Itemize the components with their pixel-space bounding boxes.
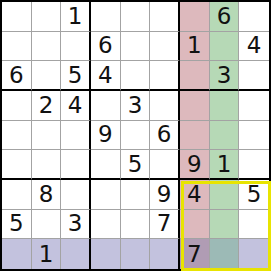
cell-r5c5[interactable] bbox=[121, 121, 151, 151]
cell-r3c7[interactable] bbox=[180, 61, 210, 91]
cell-r1c1[interactable] bbox=[2, 2, 32, 32]
cell-r9c2[interactable]: 1 bbox=[32, 239, 62, 269]
cell-r4c7[interactable] bbox=[180, 91, 210, 121]
cell-r6c2[interactable] bbox=[32, 150, 62, 180]
cell-r8c5[interactable] bbox=[121, 210, 151, 240]
sudoku-board: 16614654324396591894553717 bbox=[0, 0, 271, 271]
cell-r8c4[interactable] bbox=[91, 210, 121, 240]
cell-r9c9[interactable] bbox=[239, 239, 269, 269]
digit: 4 bbox=[68, 94, 83, 117]
cell-r8c8[interactable] bbox=[210, 210, 240, 240]
cell-r9c1[interactable] bbox=[2, 239, 32, 269]
cell-r7c3[interactable] bbox=[61, 180, 91, 210]
cell-r2c3[interactable] bbox=[61, 32, 91, 62]
cell-r7c7[interactable]: 4 bbox=[180, 180, 210, 210]
cell-r7c8[interactable] bbox=[210, 180, 240, 210]
digit: 4 bbox=[247, 34, 262, 57]
cell-r4c9[interactable] bbox=[239, 91, 269, 121]
cell-r1c6[interactable] bbox=[150, 2, 180, 32]
digit: 9 bbox=[98, 123, 113, 146]
cell-r9c8[interactable] bbox=[210, 239, 240, 269]
cell-r1c3[interactable]: 1 bbox=[61, 2, 91, 32]
digit: 1 bbox=[187, 34, 202, 57]
cell-r2c8[interactable] bbox=[210, 32, 240, 62]
cell-r5c2[interactable] bbox=[32, 121, 62, 151]
cell-r3c1[interactable]: 6 bbox=[2, 61, 32, 91]
digit: 5 bbox=[9, 212, 24, 235]
cell-r5c1[interactable] bbox=[2, 121, 32, 151]
digit: 2 bbox=[39, 94, 54, 117]
cell-r3c3[interactable]: 5 bbox=[61, 61, 91, 91]
cell-r6c7[interactable]: 9 bbox=[180, 150, 210, 180]
cell-r5c6[interactable]: 6 bbox=[150, 121, 180, 151]
cell-r3c8[interactable]: 3 bbox=[210, 61, 240, 91]
cell-r8c7[interactable] bbox=[180, 210, 210, 240]
cell-r6c1[interactable] bbox=[2, 150, 32, 180]
cell-r2c7[interactable]: 1 bbox=[180, 32, 210, 62]
digit: 7 bbox=[157, 212, 172, 235]
cell-r9c4[interactable] bbox=[91, 239, 121, 269]
cell-r3c5[interactable] bbox=[121, 61, 151, 91]
digit: 8 bbox=[39, 183, 54, 206]
cell-r1c8[interactable]: 6 bbox=[210, 2, 240, 32]
cell-r7c6[interactable]: 9 bbox=[150, 180, 180, 210]
cell-r7c4[interactable] bbox=[91, 180, 121, 210]
sudoku-board-wrap: 16614654324396591894553717 bbox=[0, 0, 271, 271]
digit: 6 bbox=[98, 34, 113, 57]
cell-r2c6[interactable] bbox=[150, 32, 180, 62]
cell-r7c9[interactable]: 5 bbox=[239, 180, 269, 210]
cell-r2c9[interactable]: 4 bbox=[239, 32, 269, 62]
cell-r5c8[interactable] bbox=[210, 121, 240, 151]
cell-r4c5[interactable]: 3 bbox=[121, 91, 151, 121]
cell-r4c8[interactable] bbox=[210, 91, 240, 121]
digit: 5 bbox=[128, 153, 143, 176]
cell-r8c9[interactable] bbox=[239, 210, 269, 240]
cell-r5c7[interactable] bbox=[180, 121, 210, 151]
cell-r5c4[interactable]: 9 bbox=[91, 121, 121, 151]
cell-r8c2[interactable] bbox=[32, 210, 62, 240]
cell-r6c3[interactable] bbox=[61, 150, 91, 180]
cell-r6c9[interactable] bbox=[239, 150, 269, 180]
cell-r2c2[interactable] bbox=[32, 32, 62, 62]
cell-r1c4[interactable] bbox=[91, 2, 121, 32]
digit: 5 bbox=[68, 64, 83, 87]
cell-r9c3[interactable] bbox=[61, 239, 91, 269]
cell-r3c6[interactable] bbox=[150, 61, 180, 91]
cell-r7c1[interactable] bbox=[2, 180, 32, 210]
cell-r1c2[interactable] bbox=[32, 2, 62, 32]
cell-r2c1[interactable] bbox=[2, 32, 32, 62]
cell-r6c8[interactable]: 1 bbox=[210, 150, 240, 180]
cell-r3c2[interactable] bbox=[32, 61, 62, 91]
digit: 6 bbox=[157, 123, 172, 146]
cell-r8c1[interactable]: 5 bbox=[2, 210, 32, 240]
cell-r7c2[interactable]: 8 bbox=[32, 180, 62, 210]
digit: 3 bbox=[68, 212, 83, 235]
cell-r4c3[interactable]: 4 bbox=[61, 91, 91, 121]
cell-r5c9[interactable] bbox=[239, 121, 269, 151]
cell-r1c5[interactable] bbox=[121, 2, 151, 32]
cell-r8c6[interactable]: 7 bbox=[150, 210, 180, 240]
cell-r3c4[interactable]: 4 bbox=[91, 61, 121, 91]
digit: 1 bbox=[39, 243, 54, 266]
cell-r1c7[interactable] bbox=[180, 2, 210, 32]
cell-r9c7[interactable]: 7 bbox=[180, 239, 210, 269]
cell-r6c6[interactable] bbox=[150, 150, 180, 180]
digit: 9 bbox=[187, 153, 202, 176]
cell-r4c6[interactable] bbox=[150, 91, 180, 121]
digit: 4 bbox=[187, 183, 202, 206]
cell-r1c9[interactable] bbox=[239, 2, 269, 32]
cell-r9c5[interactable] bbox=[121, 239, 151, 269]
cell-r4c2[interactable]: 2 bbox=[32, 91, 62, 121]
digit: 6 bbox=[217, 5, 232, 28]
digit: 9 bbox=[157, 183, 172, 206]
digit: 4 bbox=[98, 64, 113, 87]
cell-r6c4[interactable] bbox=[91, 150, 121, 180]
cell-r4c4[interactable] bbox=[91, 91, 121, 121]
digit: 3 bbox=[217, 64, 232, 87]
cell-r9c6[interactable] bbox=[150, 239, 180, 269]
digit: 6 bbox=[9, 64, 24, 87]
cell-r4c1[interactable] bbox=[2, 91, 32, 121]
cell-r2c4[interactable]: 6 bbox=[91, 32, 121, 62]
cell-r6c5[interactable]: 5 bbox=[121, 150, 151, 180]
cell-r5c3[interactable] bbox=[61, 121, 91, 151]
cell-r2c5[interactable] bbox=[121, 32, 151, 62]
digit: 7 bbox=[187, 243, 202, 266]
cell-r3c9[interactable] bbox=[239, 61, 269, 91]
digit: 5 bbox=[247, 183, 262, 206]
cell-r7c5[interactable] bbox=[121, 180, 151, 210]
digit: 1 bbox=[217, 153, 232, 176]
cell-r8c3[interactable]: 3 bbox=[61, 210, 91, 240]
digit: 3 bbox=[128, 94, 143, 117]
digit: 1 bbox=[68, 5, 83, 28]
